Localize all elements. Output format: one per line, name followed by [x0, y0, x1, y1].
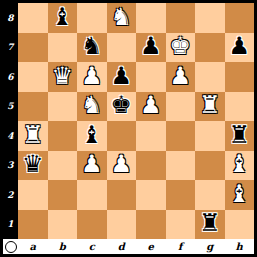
square-g8[interactable] [195, 3, 225, 33]
white-pawn[interactable]: ♟ [81, 152, 103, 176]
square-b8[interactable]: ♝ [48, 3, 78, 33]
square-e5[interactable]: ♟ [136, 92, 166, 122]
file-label-g: g [195, 239, 225, 254]
square-f1[interactable] [166, 210, 196, 240]
square-c1[interactable] [77, 210, 107, 240]
square-f8[interactable] [166, 3, 196, 33]
square-g1[interactable]: ♜ [195, 210, 225, 240]
square-a8[interactable] [18, 3, 48, 33]
square-f5[interactable] [166, 92, 196, 122]
square-b2[interactable] [48, 180, 78, 210]
white-rook[interactable]: ♜ [22, 123, 44, 147]
white-pawn[interactable]: ♟ [169, 64, 191, 88]
square-e1[interactable] [136, 210, 166, 240]
white-bishop[interactable]: ♝ [228, 182, 250, 206]
square-h6[interactable] [225, 62, 255, 92]
black-bishop[interactable]: ♝ [51, 5, 73, 29]
chess-board: ♝♞♞♟♚♟♛♟♟♟♞♚♟♜♜♝♜♛♟♟♝♝♜ [18, 3, 254, 239]
square-f2[interactable] [166, 180, 196, 210]
rank-label-8: 8 [3, 3, 18, 33]
white-knight[interactable]: ♞ [81, 93, 103, 117]
square-e7[interactable]: ♟ [136, 33, 166, 63]
square-a7[interactable] [18, 33, 48, 63]
rank-label-7: 7 [3, 33, 18, 63]
square-h7[interactable]: ♟ [225, 33, 255, 63]
square-f4[interactable] [166, 121, 196, 151]
square-d6[interactable]: ♟ [107, 62, 137, 92]
square-b3[interactable] [48, 151, 78, 181]
white-pawn[interactable]: ♟ [140, 93, 162, 117]
square-a1[interactable] [18, 210, 48, 240]
file-label-f: f [166, 239, 196, 254]
square-d4[interactable] [107, 121, 137, 151]
square-d5[interactable]: ♚ [107, 92, 137, 122]
white-pawn[interactable]: ♟ [110, 152, 132, 176]
file-label-d: d [107, 239, 137, 254]
black-knight[interactable]: ♞ [81, 34, 103, 58]
square-a4[interactable]: ♜ [18, 121, 48, 151]
black-bishop[interactable]: ♝ [81, 123, 103, 147]
file-labels: abcdefgh [18, 239, 254, 254]
square-e6[interactable] [136, 62, 166, 92]
square-c2[interactable] [77, 180, 107, 210]
square-d3[interactable]: ♟ [107, 151, 137, 181]
white-bishop[interactable]: ♝ [228, 152, 250, 176]
square-b5[interactable] [48, 92, 78, 122]
square-f3[interactable] [166, 151, 196, 181]
move-indicator-cell [3, 239, 18, 254]
square-h1[interactable] [225, 210, 255, 240]
black-rook[interactable]: ♜ [228, 123, 250, 147]
square-c4[interactable]: ♝ [77, 121, 107, 151]
square-g2[interactable] [195, 180, 225, 210]
square-f6[interactable]: ♟ [166, 62, 196, 92]
square-g7[interactable] [195, 33, 225, 63]
square-d7[interactable] [107, 33, 137, 63]
file-label-b: b [48, 239, 78, 254]
diagram-inner: 87654321 ♝♞♞♟♚♟♛♟♟♟♞♚♟♜♜♝♜♛♟♟♝♝♜ abcdefg… [3, 3, 254, 254]
square-b4[interactable] [48, 121, 78, 151]
square-h2[interactable]: ♝ [225, 180, 255, 210]
file-label-a: a [18, 239, 48, 254]
chess-diagram: 87654321 ♝♞♞♟♚♟♛♟♟♟♞♚♟♜♜♝♜♛♟♟♝♝♜ abcdefg… [0, 0, 257, 257]
black-pawn[interactable]: ♟ [228, 34, 250, 58]
square-a3[interactable]: ♛ [18, 151, 48, 181]
square-d2[interactable] [107, 180, 137, 210]
square-e8[interactable] [136, 3, 166, 33]
square-a2[interactable] [18, 180, 48, 210]
file-label-h: h [225, 239, 255, 254]
square-a6[interactable] [18, 62, 48, 92]
square-h3[interactable]: ♝ [225, 151, 255, 181]
black-queen[interactable]: ♛ [22, 152, 44, 176]
square-b6[interactable]: ♛ [48, 62, 78, 92]
rank-label-2: 2 [3, 180, 18, 210]
square-f7[interactable]: ♚ [166, 33, 196, 63]
white-king[interactable]: ♚ [169, 34, 191, 58]
square-g5[interactable]: ♜ [195, 92, 225, 122]
rank-labels: 87654321 [3, 3, 18, 239]
square-b1[interactable] [48, 210, 78, 240]
square-c6[interactable]: ♟ [77, 62, 107, 92]
square-c7[interactable]: ♞ [77, 33, 107, 63]
rank-label-5: 5 [3, 92, 18, 122]
square-d1[interactable] [107, 210, 137, 240]
black-pawn[interactable]: ♟ [110, 64, 132, 88]
file-label-c: c [77, 239, 107, 254]
rank-label-4: 4 [3, 121, 18, 151]
square-c5[interactable]: ♞ [77, 92, 107, 122]
square-b7[interactable] [48, 33, 78, 63]
square-c3[interactable]: ♟ [77, 151, 107, 181]
square-h4[interactable]: ♜ [225, 121, 255, 151]
square-c8[interactable] [77, 3, 107, 33]
square-h8[interactable] [225, 3, 255, 33]
square-g6[interactable] [195, 62, 225, 92]
black-king[interactable]: ♚ [110, 93, 132, 117]
square-g4[interactable] [195, 121, 225, 151]
square-g3[interactable] [195, 151, 225, 181]
white-pawn[interactable]: ♟ [81, 64, 103, 88]
black-rook[interactable]: ♜ [199, 211, 221, 235]
rank-label-1: 1 [3, 210, 18, 240]
square-e4[interactable] [136, 121, 166, 151]
square-e2[interactable] [136, 180, 166, 210]
file-label-e: e [136, 239, 166, 254]
square-d8[interactable]: ♞ [107, 3, 137, 33]
square-h5[interactable] [225, 92, 255, 122]
white-to-move-circle-icon [5, 241, 17, 253]
black-pawn[interactable]: ♟ [140, 34, 162, 58]
rank-label-3: 3 [3, 151, 18, 181]
square-e3[interactable] [136, 151, 166, 181]
rank-label-6: 6 [3, 62, 18, 92]
white-knight[interactable]: ♞ [110, 5, 132, 29]
white-rook[interactable]: ♜ [199, 93, 221, 117]
white-queen[interactable]: ♛ [51, 64, 73, 88]
square-a5[interactable] [18, 92, 48, 122]
